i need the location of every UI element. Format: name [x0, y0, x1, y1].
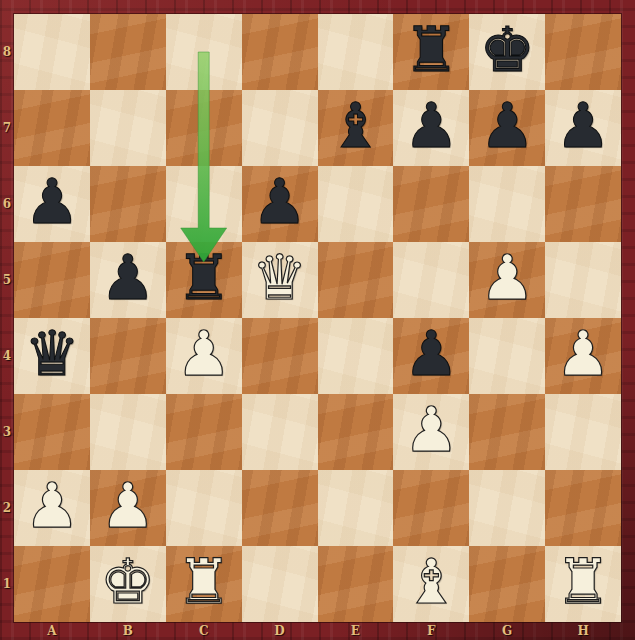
square-f5[interactable] — [393, 242, 469, 318]
file-label-d: D — [242, 622, 318, 640]
piece-black-pawn: ♟ — [24, 171, 80, 233]
square-f2[interactable] — [393, 470, 469, 546]
square-d8[interactable] — [242, 14, 318, 90]
square-b7[interactable] — [90, 90, 166, 166]
piece-white-king: ♚ — [100, 551, 156, 613]
square-f1[interactable]: ♝ — [393, 546, 469, 622]
file-label-c: C — [166, 622, 242, 640]
square-c6[interactable] — [166, 166, 242, 242]
file-label-h: H — [545, 622, 621, 640]
square-g8[interactable]: ♚ — [469, 14, 545, 90]
square-c2[interactable] — [166, 470, 242, 546]
square-b8[interactable] — [90, 14, 166, 90]
square-e7[interactable]: ♝ — [318, 90, 394, 166]
square-e3[interactable] — [318, 394, 394, 470]
piece-white-pawn: ♟ — [176, 323, 232, 385]
square-d5[interactable]: ♛ — [242, 242, 318, 318]
piece-white-pawn: ♟ — [479, 247, 535, 309]
piece-white-queen: ♛ — [252, 247, 308, 309]
square-g7[interactable]: ♟ — [469, 90, 545, 166]
square-e8[interactable] — [318, 14, 394, 90]
square-h5[interactable] — [545, 242, 621, 318]
piece-white-pawn: ♟ — [100, 475, 156, 537]
square-a5[interactable] — [14, 242, 90, 318]
square-g3[interactable] — [469, 394, 545, 470]
square-a7[interactable] — [14, 90, 90, 166]
square-h2[interactable] — [545, 470, 621, 546]
square-e6[interactable] — [318, 166, 394, 242]
piece-black-king: ♚ — [479, 19, 535, 81]
square-b4[interactable] — [90, 318, 166, 394]
piece-white-rook: ♜ — [176, 551, 232, 613]
square-e1[interactable] — [318, 546, 394, 622]
square-g2[interactable] — [469, 470, 545, 546]
piece-white-rook: ♜ — [555, 551, 611, 613]
rank-label-6: 6 — [0, 166, 14, 242]
square-f3[interactable]: ♟ — [393, 394, 469, 470]
square-c7[interactable] — [166, 90, 242, 166]
square-f8[interactable]: ♜ — [393, 14, 469, 90]
square-b1[interactable]: ♚ — [90, 546, 166, 622]
square-f4[interactable]: ♟ — [393, 318, 469, 394]
square-a6[interactable]: ♟ — [14, 166, 90, 242]
file-label-a: A — [14, 622, 90, 640]
piece-black-pawn: ♟ — [555, 95, 611, 157]
square-h1[interactable]: ♜ — [545, 546, 621, 622]
square-d1[interactable] — [242, 546, 318, 622]
square-d2[interactable] — [242, 470, 318, 546]
square-f7[interactable]: ♟ — [393, 90, 469, 166]
square-d4[interactable] — [242, 318, 318, 394]
square-g6[interactable] — [469, 166, 545, 242]
square-e5[interactable] — [318, 242, 394, 318]
piece-black-pawn: ♟ — [100, 247, 156, 309]
square-h7[interactable]: ♟ — [545, 90, 621, 166]
square-a8[interactable] — [14, 14, 90, 90]
piece-white-pawn: ♟ — [555, 323, 611, 385]
square-c8[interactable] — [166, 14, 242, 90]
square-h4[interactable]: ♟ — [545, 318, 621, 394]
file-label-b: B — [90, 622, 166, 640]
square-d7[interactable] — [242, 90, 318, 166]
square-b5[interactable]: ♟ — [90, 242, 166, 318]
rank-label-3: 3 — [0, 394, 14, 470]
square-a4[interactable]: ♛ — [14, 318, 90, 394]
file-label-f: F — [393, 622, 469, 640]
square-c3[interactable] — [166, 394, 242, 470]
piece-black-rook: ♜ — [404, 19, 460, 81]
piece-black-pawn: ♟ — [404, 323, 460, 385]
square-a3[interactable] — [14, 394, 90, 470]
piece-black-pawn: ♟ — [404, 95, 460, 157]
square-d3[interactable] — [242, 394, 318, 470]
square-d6[interactable]: ♟ — [242, 166, 318, 242]
square-c4[interactable]: ♟ — [166, 318, 242, 394]
square-b3[interactable] — [90, 394, 166, 470]
file-label-g: G — [469, 622, 545, 640]
square-c5[interactable]: ♜ — [166, 242, 242, 318]
piece-white-bishop: ♝ — [404, 551, 460, 613]
rank-label-7: 7 — [0, 90, 14, 166]
piece-black-pawn: ♟ — [479, 95, 535, 157]
square-b6[interactable] — [90, 166, 166, 242]
square-g1[interactable] — [469, 546, 545, 622]
rank-label-5: 5 — [0, 242, 14, 318]
rank-label-2: 2 — [0, 470, 14, 546]
piece-white-pawn: ♟ — [24, 475, 80, 537]
square-e2[interactable] — [318, 470, 394, 546]
square-f6[interactable] — [393, 166, 469, 242]
rank-label-4: 4 — [0, 318, 14, 394]
square-c1[interactable]: ♜ — [166, 546, 242, 622]
piece-black-pawn: ♟ — [252, 171, 308, 233]
piece-white-pawn: ♟ — [404, 399, 460, 461]
square-a2[interactable]: ♟ — [14, 470, 90, 546]
piece-black-bishop: ♝ — [328, 95, 384, 157]
square-e4[interactable] — [318, 318, 394, 394]
square-h3[interactable] — [545, 394, 621, 470]
piece-black-rook: ♜ — [176, 247, 232, 309]
board-frame: ♜♚♝♟♟♟♟♟♟♜♛♟♛♟♟♟♟♟♟♚♜♝♜ 87654321ABCDEFGH — [0, 0, 635, 640]
square-g5[interactable]: ♟ — [469, 242, 545, 318]
rank-label-8: 8 — [0, 14, 14, 90]
square-h8[interactable] — [545, 14, 621, 90]
square-a1[interactable] — [14, 546, 90, 622]
chess-board: ♜♚♝♟♟♟♟♟♟♜♛♟♛♟♟♟♟♟♟♚♜♝♜ — [14, 14, 621, 622]
square-b2[interactable]: ♟ — [90, 470, 166, 546]
square-h6[interactable] — [545, 166, 621, 242]
square-g4[interactable] — [469, 318, 545, 394]
file-label-e: E — [318, 622, 394, 640]
piece-black-queen: ♛ — [24, 323, 80, 385]
rank-label-1: 1 — [0, 546, 14, 622]
